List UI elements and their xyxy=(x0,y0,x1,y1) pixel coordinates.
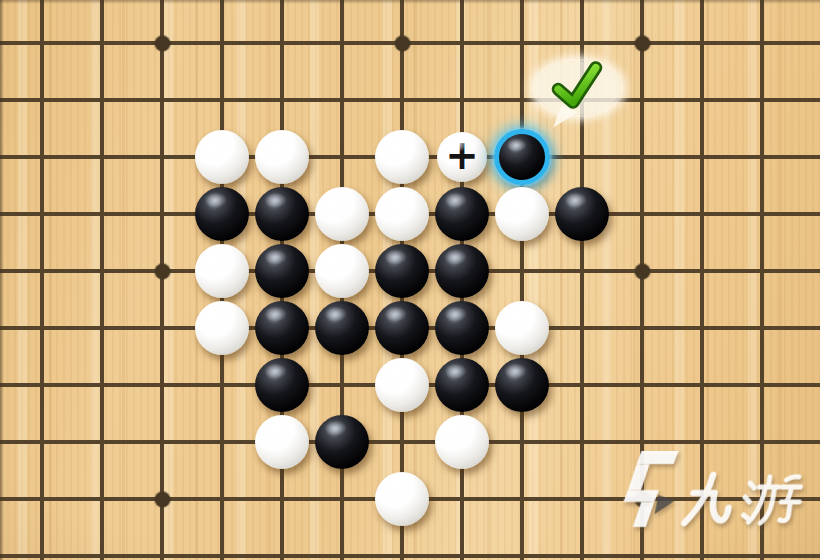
stone-black xyxy=(495,358,549,412)
watermark-g-notch xyxy=(655,495,676,514)
stone-white xyxy=(195,301,249,355)
stone-white xyxy=(375,358,429,412)
stone-black xyxy=(435,358,489,412)
stone-white xyxy=(495,187,549,241)
stone-white xyxy=(255,415,309,469)
stone-black xyxy=(315,415,369,469)
stone-black xyxy=(435,187,489,241)
watermark-text-jiuyou xyxy=(682,473,808,527)
stone-black xyxy=(255,358,309,412)
stone-white xyxy=(435,415,489,469)
stone-white xyxy=(375,472,429,526)
watermark-9game-logo xyxy=(601,447,818,533)
frame-edge-left xyxy=(0,0,4,560)
stone-white xyxy=(195,130,249,184)
stone-white xyxy=(375,187,429,241)
stone-black xyxy=(555,187,609,241)
stone-black xyxy=(375,301,429,355)
stone-black xyxy=(255,187,309,241)
stone-black xyxy=(435,301,489,355)
stone-white xyxy=(495,301,549,355)
go-board[interactable]: + xyxy=(0,0,820,560)
last-move-stone-black xyxy=(494,129,550,185)
stone-white xyxy=(255,130,309,184)
stone-black xyxy=(315,301,369,355)
green-checkmark-icon xyxy=(547,59,606,113)
stone-black xyxy=(435,244,489,298)
plus-marker: + xyxy=(437,130,487,180)
stone-black xyxy=(255,244,309,298)
stone-black xyxy=(195,187,249,241)
watermark-g-glyph xyxy=(612,451,689,527)
stone-white xyxy=(315,187,369,241)
stone-black xyxy=(255,301,309,355)
marked-stone-white: + xyxy=(437,132,487,182)
stone-black xyxy=(375,244,429,298)
frame-edge-top xyxy=(0,0,820,4)
stone-white xyxy=(195,244,249,298)
stone-white xyxy=(315,244,369,298)
stone-white xyxy=(375,130,429,184)
